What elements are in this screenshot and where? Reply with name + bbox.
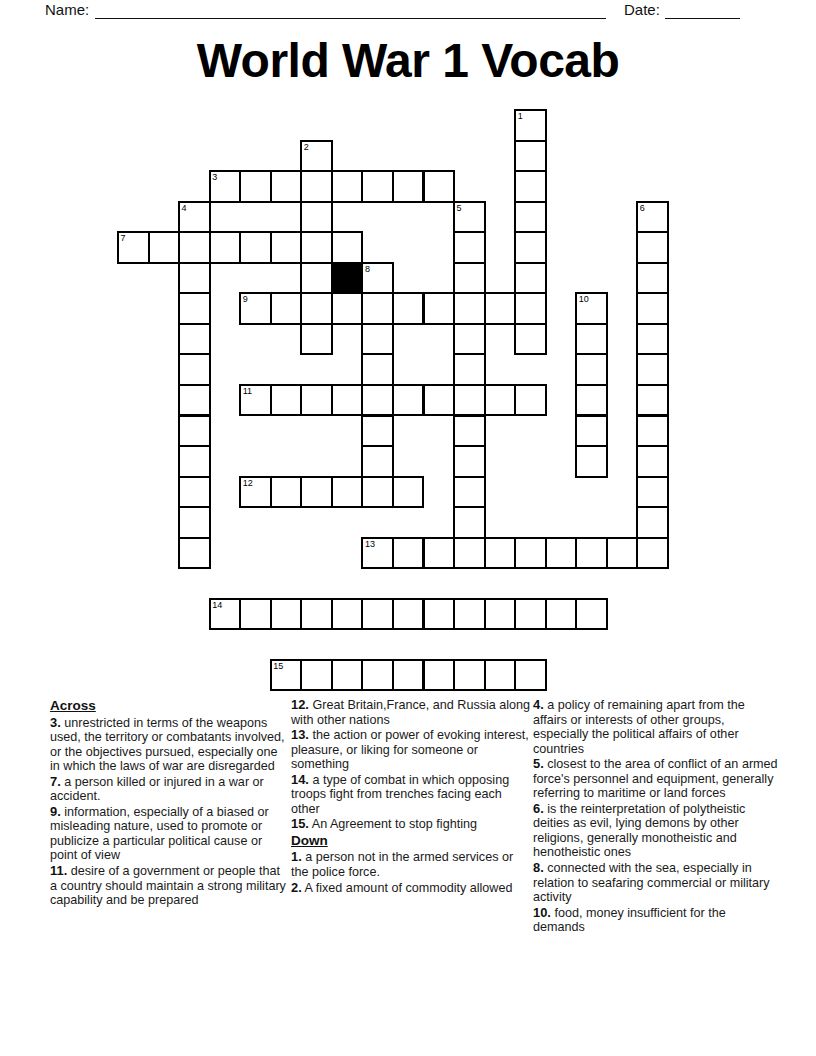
grid-cell[interactable] (301, 263, 332, 294)
grid-cell[interactable] (332, 599, 363, 630)
clue-number: 7 (121, 234, 126, 243)
grid-cell[interactable] (393, 293, 424, 324)
clue-9: 9. information, especially of a biased o… (50, 805, 288, 863)
clue-number-label: 12. (291, 697, 309, 712)
clue-number-label: 14. (291, 772, 309, 787)
clue-column-2: 12. Great Britain,France, and Russia alo… (291, 698, 531, 896)
grid-cell[interactable] (362, 660, 393, 691)
clue-number-label: 3. (50, 715, 61, 730)
grid-cell[interactable] (515, 324, 546, 355)
grid-cell[interactable] (301, 660, 332, 691)
grid-cell[interactable] (424, 385, 455, 416)
crossword-grid: 123456789101112131415 (118, 110, 668, 691)
grid-cell[interactable] (515, 232, 546, 263)
grid-cell[interactable] (454, 263, 485, 294)
grid-cell[interactable] (301, 385, 332, 416)
grid-cell[interactable] (332, 293, 363, 324)
grid-cell[interactable] (637, 477, 668, 508)
clue-4: 4. a policy of remaining apart from the … (533, 698, 779, 756)
grid-cell[interactable] (393, 660, 424, 691)
grid-cell[interactable] (393, 171, 424, 202)
grid-cell[interactable] (637, 538, 668, 569)
grid-cell[interactable] (179, 293, 210, 324)
grid-cell[interactable] (179, 416, 210, 447)
clue-10: 10. food, money insufficient for the dem… (533, 906, 779, 935)
grid-cell[interactable] (485, 599, 516, 630)
grid-cell[interactable] (362, 599, 393, 630)
clue-7: 7. a person killed or injured in a war o… (50, 775, 288, 804)
grid-cell[interactable] (301, 477, 332, 508)
grid-cell[interactable] (424, 171, 455, 202)
across-header: Across (50, 698, 288, 714)
grid-cell[interactable] (637, 446, 668, 477)
grid-cell[interactable] (271, 293, 302, 324)
grid-cell[interactable] (179, 324, 210, 355)
grid-cell[interactable] (179, 538, 210, 569)
grid-cell[interactable] (271, 385, 302, 416)
clue-number-label: 15. (291, 816, 309, 831)
grid-cell[interactable] (454, 660, 485, 691)
grid-cell[interactable] (454, 538, 485, 569)
clue-number: 6 (640, 204, 645, 213)
clue-number: 2 (304, 143, 309, 152)
grid-cell[interactable] (454, 354, 485, 385)
grid-cell[interactable] (485, 385, 516, 416)
grid-cell[interactable] (576, 324, 607, 355)
grid-cell[interactable] (454, 232, 485, 263)
clue-number: 14 (212, 601, 222, 610)
clue-number-label: 6. (533, 801, 544, 816)
clue-number: 4 (182, 204, 187, 213)
grid-cell[interactable] (332, 477, 363, 508)
name-label: Name: (45, 2, 89, 18)
grid-cell[interactable] (454, 446, 485, 477)
clue-6: 6. is the reinterpretation of polytheist… (533, 802, 779, 860)
clue-number-label: 10. (533, 905, 551, 920)
clue-14: 14. a type of combat in which opposing t… (291, 773, 531, 817)
grid-cell[interactable] (515, 599, 546, 630)
clue-number: 9 (243, 295, 248, 304)
grid-cell[interactable] (362, 354, 393, 385)
clue-number-label: 11. (50, 863, 67, 878)
clue-column-1: Across3. unrestricted in terms of the we… (50, 698, 288, 909)
grid-cell[interactable] (515, 385, 546, 416)
grid-cell[interactable] (637, 385, 668, 416)
grid-cell[interactable] (149, 232, 180, 263)
grid-cell[interactable] (424, 293, 455, 324)
grid-cell[interactable] (637, 324, 668, 355)
grid-cell[interactable] (485, 293, 516, 324)
grid-cell[interactable] (332, 660, 363, 691)
grid-cell[interactable] (362, 324, 393, 355)
grid-cell[interactable] (271, 599, 302, 630)
grid-cell[interactable] (637, 293, 668, 324)
clue-13: 13. the action or power of evoking inter… (291, 728, 531, 772)
grid-cell[interactable] (179, 354, 210, 385)
grid-cell[interactable] (454, 477, 485, 508)
clue-number: 13 (365, 540, 375, 549)
clue-number-label: 9. (50, 804, 61, 819)
clue-2: 2. A fixed amount of commodity allowed (291, 881, 531, 896)
grid-cell[interactable] (485, 538, 516, 569)
grid-cell[interactable] (454, 324, 485, 355)
clue-number-label: 13. (291, 727, 309, 742)
grid-cell[interactable] (179, 385, 210, 416)
clue-number-label: 5. (533, 756, 544, 771)
grid-cell[interactable] (362, 416, 393, 447)
page-title: World War 1 Vocab (0, 31, 816, 91)
grid-cell[interactable] (393, 538, 424, 569)
clue-number: 1 (518, 112, 523, 121)
grid-cell[interactable] (210, 232, 241, 263)
grid-cell[interactable] (301, 293, 332, 324)
grid-cell[interactable] (515, 171, 546, 202)
grid-cell[interactable] (179, 446, 210, 477)
grid-cell[interactable] (240, 171, 271, 202)
grid-cell[interactable] (637, 507, 668, 538)
grid-cell[interactable] (271, 171, 302, 202)
grid-cell[interactable] (240, 599, 271, 630)
clue-11: 11. desire of a government or people tha… (50, 864, 288, 908)
grid-cell[interactable] (454, 385, 485, 416)
worksheet: { "game": "crossword", "title": "World W… (0, 0, 816, 1056)
clue-1: 1. a person not in the armed services or… (291, 850, 531, 879)
clue-3: 3. unrestricted in terms of the weapons … (50, 716, 288, 774)
clue-number-label: 2. (291, 880, 302, 895)
grid-cell[interactable] (362, 477, 393, 508)
clue-number-label: 8. (533, 860, 544, 875)
grid-cell[interactable] (576, 416, 607, 447)
down-header: Down (291, 833, 531, 849)
grid-cell[interactable] (362, 293, 393, 324)
clue-15: 15. An Agreement to stop fighting (291, 817, 531, 832)
clue-number: 10 (579, 295, 589, 304)
grid-cell[interactable] (637, 416, 668, 447)
grid-cell[interactable] (179, 507, 210, 538)
grid-cell[interactable] (546, 599, 577, 630)
grid-cell[interactable] (271, 232, 302, 263)
grid-cell[interactable] (576, 354, 607, 385)
grid-cell[interactable] (454, 416, 485, 447)
grid-cell[interactable] (332, 385, 363, 416)
grid-cell[interactable] (424, 599, 455, 630)
blocked-cell (332, 263, 363, 294)
grid-cell[interactable] (301, 232, 332, 263)
clue-5: 5. closest to the area of conflict of an… (533, 757, 779, 801)
grid-cell[interactable] (179, 263, 210, 294)
grid-cell[interactable] (362, 446, 393, 477)
grid-cell[interactable] (515, 202, 546, 233)
clue-number: 11 (243, 387, 252, 396)
grid-cell[interactable] (576, 599, 607, 630)
clue-column-3: 4. a policy of remaining apart from the … (533, 698, 779, 936)
clue-number-label: 7. (50, 774, 61, 789)
grid-cell[interactable] (546, 538, 577, 569)
grid-cell[interactable] (393, 477, 424, 508)
grid-cell[interactable] (301, 324, 332, 355)
name-blank-line (95, 18, 606, 19)
grid-cell[interactable] (607, 538, 638, 569)
clue-number: 12 (243, 479, 253, 488)
grid-cell[interactable] (637, 354, 668, 385)
date-label: Date: (624, 2, 660, 18)
grid-cell[interactable] (515, 538, 546, 569)
grid-cell[interactable] (637, 263, 668, 294)
grid-cell[interactable] (301, 202, 332, 233)
grid-cell[interactable] (301, 599, 332, 630)
clue-number-label: 4. (533, 697, 544, 712)
grid-cell[interactable] (179, 232, 210, 263)
grid-cell[interactable] (393, 599, 424, 630)
grid-cell[interactable] (362, 171, 393, 202)
clue-number: 5 (457, 204, 462, 213)
grid-cell[interactable] (515, 263, 546, 294)
grid-cell[interactable] (240, 232, 271, 263)
grid-cell[interactable] (454, 507, 485, 538)
date-blank-line (665, 18, 740, 19)
clue-12: 12. Great Britain,France, and Russia alo… (291, 698, 531, 727)
grid-cell[interactable] (271, 477, 302, 508)
grid-cell[interactable] (515, 141, 546, 172)
grid-cell[interactable] (454, 293, 485, 324)
grid-cell[interactable] (576, 446, 607, 477)
grid-cell[interactable] (393, 385, 424, 416)
clue-number: 8 (365, 265, 370, 274)
grid-cell[interactable] (362, 385, 393, 416)
clue-number: 15 (273, 662, 283, 671)
grid-cell[interactable] (454, 599, 485, 630)
grid-cell[interactable] (576, 538, 607, 569)
grid-cell[interactable] (424, 660, 455, 691)
grid-cell[interactable] (485, 660, 516, 691)
clue-number: 3 (212, 173, 217, 182)
grid-cell[interactable] (515, 293, 546, 324)
grid-cell[interactable] (515, 660, 546, 691)
grid-cell[interactable] (576, 385, 607, 416)
grid-cell[interactable] (332, 171, 363, 202)
grid-cell[interactable] (332, 232, 363, 263)
grid-cell[interactable] (637, 232, 668, 263)
grid-cell[interactable] (301, 171, 332, 202)
clue-number-label: 1. (291, 849, 302, 864)
grid-cell[interactable] (179, 477, 210, 508)
grid-cell[interactable] (424, 538, 455, 569)
clue-8: 8. connected with the sea, especially in… (533, 861, 779, 905)
